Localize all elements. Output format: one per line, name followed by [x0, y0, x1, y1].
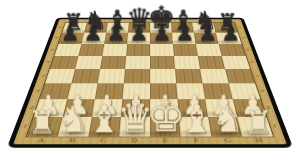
square-d1[interactable]: ♛: [119, 117, 150, 137]
black-pawn[interactable]: ♟: [129, 24, 148, 45]
file-labels-bottom: ABCDEFGH: [24, 137, 275, 144]
square-g4[interactable]: [200, 69, 229, 83]
white-rook[interactable]: ♜: [244, 106, 273, 138]
square-a7[interactable]: ♟: [59, 33, 85, 44]
file-label-g: G: [212, 137, 245, 144]
square-b7[interactable]: ♟: [81, 33, 106, 44]
white-knight[interactable]: ♞: [57, 102, 89, 138]
square-f6[interactable]: [173, 44, 198, 56]
square-b6[interactable]: [78, 44, 104, 56]
chess-board: 87654321 87654321 ABCDEFGH ♜♞♝♛♚♝♞♜♟♟♟♟♟…: [7, 18, 293, 148]
board-wooden-border: 87654321 87654321 ABCDEFGH ♜♞♝♛♚♝♞♜♟♟♟♟♟…: [13, 19, 287, 144]
square-b5[interactable]: [75, 56, 102, 69]
black-pawn[interactable]: ♟: [60, 24, 79, 45]
file-label-a: A: [24, 137, 57, 144]
square-f1[interactable]: ♝: [179, 117, 211, 137]
square-h5[interactable]: [222, 56, 250, 69]
square-d7[interactable]: ♟: [127, 33, 150, 44]
square-c4[interactable]: [98, 69, 125, 83]
white-bishop[interactable]: ♝: [87, 100, 121, 138]
black-pawn[interactable]: ♟: [175, 24, 194, 45]
black-pawn[interactable]: ♟: [221, 24, 240, 45]
square-e5[interactable]: [150, 56, 175, 69]
file-label-b: B: [56, 137, 89, 144]
square-c5[interactable]: [100, 56, 126, 69]
file-label-h: H: [242, 137, 275, 144]
square-d5[interactable]: [125, 56, 150, 69]
square-h4[interactable]: [225, 69, 255, 83]
white-rook[interactable]: ♜: [28, 106, 57, 138]
square-e4[interactable]: [150, 69, 176, 83]
square-b4[interactable]: [71, 69, 100, 83]
square-e1[interactable]: ♚: [150, 117, 181, 137]
square-f4[interactable]: [175, 69, 202, 83]
square-d4[interactable]: [124, 69, 150, 83]
square-g6[interactable]: [196, 44, 222, 56]
square-d6[interactable]: [126, 44, 150, 56]
square-h7[interactable]: ♟: [216, 33, 242, 44]
file-label-f: F: [181, 137, 213, 144]
black-pawn[interactable]: ♟: [152, 24, 171, 45]
black-pawn[interactable]: ♟: [83, 24, 102, 45]
square-g5[interactable]: [198, 56, 225, 69]
square-f5[interactable]: [174, 56, 200, 69]
square-a6[interactable]: [54, 44, 81, 56]
square-a4[interactable]: [45, 69, 75, 83]
square-c6[interactable]: [102, 44, 127, 56]
square-e7[interactable]: ♟: [150, 33, 173, 44]
white-knight[interactable]: ♞: [211, 102, 243, 138]
square-g1[interactable]: ♞: [208, 117, 242, 137]
black-pawn[interactable]: ♟: [198, 24, 217, 45]
square-g7[interactable]: ♟: [194, 33, 219, 44]
chess-scene: 87654321 87654321 ABCDEFGH ♜♞♝♛♚♝♞♜♟♟♟♟♟…: [0, 0, 300, 153]
file-label-c: C: [87, 137, 119, 144]
black-pawn[interactable]: ♟: [106, 24, 125, 45]
square-e6[interactable]: [150, 44, 174, 56]
file-label-e: E: [150, 137, 181, 144]
square-f7[interactable]: ♟: [172, 33, 196, 44]
chess-app-canvas: 87654321 87654321 ABCDEFGH ♜♞♝♛♚♝♞♜♟♟♟♟♟…: [0, 0, 300, 153]
file-label-d: D: [119, 137, 150, 144]
square-c7[interactable]: ♟: [104, 33, 128, 44]
square-h6[interactable]: [219, 44, 246, 56]
white-bishop[interactable]: ♝: [179, 100, 213, 138]
board-grid: ♜♞♝♛♚♝♞♜♟♟♟♟♟♟♟♟♟♟♟♟♟♟♟♟♜♞♝♛♚♝♞♜: [27, 23, 273, 137]
square-a5[interactable]: [50, 56, 78, 69]
